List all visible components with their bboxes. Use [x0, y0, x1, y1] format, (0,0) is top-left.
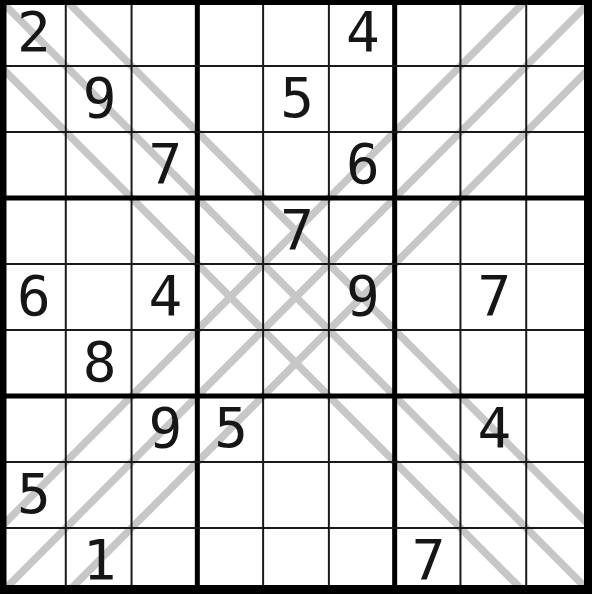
cell-r7c6[interactable]: [329, 396, 395, 462]
cell-r9c5[interactable]: [263, 528, 329, 594]
cell-r8c5[interactable]: [263, 462, 329, 528]
cell-r4c1[interactable]: [0, 198, 66, 264]
given-digit: 7: [412, 532, 444, 588]
cell-r2c8[interactable]: [460, 66, 526, 132]
cell-r1c1: 2: [0, 0, 66, 66]
cell-r6c6[interactable]: [329, 330, 395, 396]
cell-r2c5: 5: [263, 66, 329, 132]
cell-r1c4[interactable]: [197, 0, 263, 66]
cell-r4c8[interactable]: [460, 198, 526, 264]
cell-r2c7[interactable]: [395, 66, 461, 132]
cell-r5c6: 9: [329, 264, 395, 330]
cell-r6c3[interactable]: [132, 330, 198, 396]
given-digit: 5: [280, 70, 312, 126]
cell-r7c7[interactable]: [395, 396, 461, 462]
cell-r6c7[interactable]: [395, 330, 461, 396]
cell-r8c3[interactable]: [132, 462, 198, 528]
cell-r8c7[interactable]: [395, 462, 461, 528]
cell-r3c1[interactable]: [0, 132, 66, 198]
cell-r6c5[interactable]: [263, 330, 329, 396]
cell-r5c7[interactable]: [395, 264, 461, 330]
cell-r6c9[interactable]: [526, 330, 592, 396]
cell-r7c5[interactable]: [263, 396, 329, 462]
cell-r8c8[interactable]: [460, 462, 526, 528]
cell-r1c5[interactable]: [263, 0, 329, 66]
cell-r1c8[interactable]: [460, 0, 526, 66]
cells-grid: 249576764978954517: [0, 0, 592, 594]
cell-r7c8: 4: [460, 396, 526, 462]
cell-r9c8[interactable]: [460, 528, 526, 594]
cell-r3c8[interactable]: [460, 132, 526, 198]
cell-r1c6: 4: [329, 0, 395, 66]
cell-r4c6[interactable]: [329, 198, 395, 264]
given-digit: 7: [280, 202, 312, 258]
cell-r9c4[interactable]: [197, 528, 263, 594]
cell-r8c6[interactable]: [329, 462, 395, 528]
cell-r4c5: 7: [263, 198, 329, 264]
cell-r1c9[interactable]: [526, 0, 592, 66]
cell-r3c6: 6: [329, 132, 395, 198]
cell-r6c4[interactable]: [197, 330, 263, 396]
cell-r7c9[interactable]: [526, 396, 592, 462]
cell-r5c5[interactable]: [263, 264, 329, 330]
cell-r7c1[interactable]: [0, 396, 66, 462]
cell-r5c9[interactable]: [526, 264, 592, 330]
cell-r5c2[interactable]: [66, 264, 132, 330]
cell-r3c9[interactable]: [526, 132, 592, 198]
given-digit: 5: [214, 400, 246, 456]
cell-r4c3[interactable]: [132, 198, 198, 264]
given-digit: 8: [83, 334, 115, 390]
given-digit: 7: [477, 268, 509, 324]
given-digit: 5: [17, 466, 49, 522]
cell-r8c2[interactable]: [66, 462, 132, 528]
cell-r2c9[interactable]: [526, 66, 592, 132]
cell-r3c3: 7: [132, 132, 198, 198]
cell-r9c9[interactable]: [526, 528, 592, 594]
cell-r9c1[interactable]: [0, 528, 66, 594]
cell-r4c2[interactable]: [66, 198, 132, 264]
given-digit: 4: [149, 268, 181, 324]
cell-r2c3[interactable]: [132, 66, 198, 132]
cell-r9c2: 1: [66, 528, 132, 594]
cell-r3c4[interactable]: [197, 132, 263, 198]
cell-r1c7[interactable]: [395, 0, 461, 66]
given-digit: 6: [346, 136, 378, 192]
given-digit: 9: [346, 268, 378, 324]
given-digit: 2: [17, 4, 49, 60]
given-digit: 7: [149, 136, 181, 192]
cell-r6c8[interactable]: [460, 330, 526, 396]
given-digit: 9: [83, 70, 115, 126]
cell-r7c4: 5: [197, 396, 263, 462]
cell-r2c4[interactable]: [197, 66, 263, 132]
given-digit: 4: [477, 400, 509, 456]
given-digit: 9: [149, 400, 181, 456]
sudoku-board: 249576764978954517: [0, 0, 592, 594]
cell-r8c1: 5: [0, 462, 66, 528]
cell-r9c6[interactable]: [329, 528, 395, 594]
cell-r7c2[interactable]: [66, 396, 132, 462]
cell-r6c1[interactable]: [0, 330, 66, 396]
cell-r4c9[interactable]: [526, 198, 592, 264]
cell-r7c3: 9: [132, 396, 198, 462]
cell-r2c1[interactable]: [0, 66, 66, 132]
cell-r4c4[interactable]: [197, 198, 263, 264]
cell-r8c9[interactable]: [526, 462, 592, 528]
cell-r5c1: 6: [0, 264, 66, 330]
cell-r5c3: 4: [132, 264, 198, 330]
given-digit: 4: [346, 4, 378, 60]
cell-r3c2[interactable]: [66, 132, 132, 198]
cell-r5c4[interactable]: [197, 264, 263, 330]
cell-r5c8: 7: [460, 264, 526, 330]
given-digit: 1: [83, 532, 115, 588]
cell-r3c7[interactable]: [395, 132, 461, 198]
cell-r9c7: 7: [395, 528, 461, 594]
cell-r8c4[interactable]: [197, 462, 263, 528]
cell-r1c3[interactable]: [132, 0, 198, 66]
cell-r4c7[interactable]: [395, 198, 461, 264]
cell-r9c3[interactable]: [132, 528, 198, 594]
cell-r2c2: 9: [66, 66, 132, 132]
cell-r3c5[interactable]: [263, 132, 329, 198]
cell-r2c6[interactable]: [329, 66, 395, 132]
cell-r1c2[interactable]: [66, 0, 132, 66]
given-digit: 6: [17, 268, 49, 324]
cell-r6c2: 8: [66, 330, 132, 396]
